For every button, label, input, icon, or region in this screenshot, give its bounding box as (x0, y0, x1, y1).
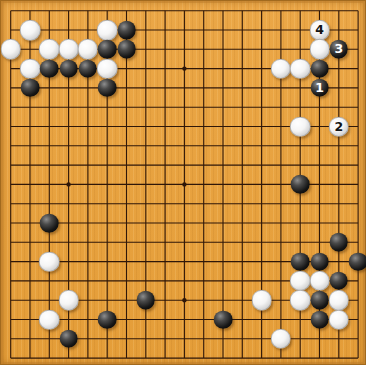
black-stone (310, 252, 329, 271)
go-board[interactable]: 4312 (0, 0, 366, 365)
black-stone (59, 330, 78, 349)
white-stone (97, 58, 118, 79)
black-stone (117, 40, 136, 59)
white-stone (58, 39, 79, 60)
black-stone (214, 310, 233, 329)
black-stone (98, 310, 117, 329)
white-stone (0, 39, 21, 60)
white-stone (58, 290, 79, 311)
white-stone-move-4: 4 (309, 20, 330, 41)
stones-layer: 4312 (0, 0, 366, 365)
white-stone (329, 290, 350, 311)
white-stone-move-2: 2 (329, 116, 350, 137)
black-stone (117, 21, 136, 40)
black-stone-move-3: 3 (330, 40, 349, 59)
black-stone (40, 214, 59, 233)
white-stone (251, 290, 272, 311)
black-stone-move-1: 1 (310, 79, 329, 98)
move-number-label: 4 (315, 24, 324, 37)
move-number-label: 2 (334, 120, 343, 133)
white-stone (329, 309, 350, 330)
white-stone (20, 58, 41, 79)
black-stone (79, 59, 98, 78)
black-stone (310, 291, 329, 310)
white-stone (309, 271, 330, 292)
black-stone (40, 59, 59, 78)
black-stone (98, 79, 117, 98)
black-stone (310, 59, 329, 78)
white-stone (271, 329, 292, 350)
black-stone (137, 291, 156, 310)
white-stone (39, 39, 60, 60)
black-stone (349, 252, 366, 271)
black-stone (330, 272, 349, 291)
white-stone (39, 251, 60, 272)
white-stone (271, 58, 292, 79)
black-stone (291, 252, 310, 271)
move-number-label: 1 (315, 82, 324, 95)
white-stone (97, 20, 118, 41)
white-stone (290, 271, 311, 292)
move-number-label: 3 (334, 43, 343, 56)
white-stone (290, 58, 311, 79)
white-stone (290, 116, 311, 137)
black-stone (59, 59, 78, 78)
black-stone (98, 40, 117, 59)
black-stone (310, 310, 329, 329)
black-stone (330, 233, 349, 252)
white-stone (290, 290, 311, 311)
white-stone (20, 20, 41, 41)
white-stone (39, 309, 60, 330)
black-stone (291, 175, 310, 194)
white-stone (78, 39, 99, 60)
white-stone (309, 39, 330, 60)
black-stone (21, 79, 40, 98)
